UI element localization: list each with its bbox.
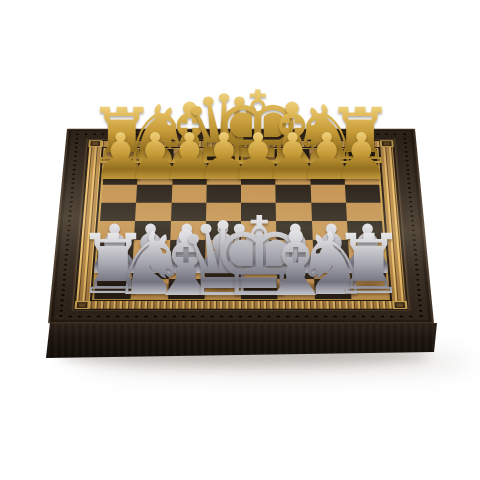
square-a6[interactable] bbox=[101, 184, 137, 202]
square-e6[interactable] bbox=[241, 184, 276, 202]
square-b3[interactable] bbox=[133, 240, 170, 259]
square-b8[interactable] bbox=[138, 149, 173, 166]
square-a2[interactable] bbox=[96, 259, 133, 279]
square-f8[interactable] bbox=[275, 149, 310, 166]
square-d8[interactable] bbox=[207, 149, 241, 166]
square-a4[interactable] bbox=[99, 221, 136, 240]
band-corner-motif bbox=[392, 301, 407, 309]
square-a7[interactable] bbox=[103, 167, 139, 185]
square-h3[interactable] bbox=[348, 240, 385, 259]
square-e5[interactable] bbox=[241, 203, 276, 221]
square-d5[interactable] bbox=[206, 203, 241, 221]
square-a5[interactable] bbox=[100, 203, 136, 221]
square-f5[interactable] bbox=[276, 203, 312, 221]
square-b1[interactable] bbox=[131, 279, 168, 299]
square-f2[interactable] bbox=[277, 259, 314, 279]
square-d1[interactable] bbox=[204, 279, 241, 299]
square-g8[interactable] bbox=[309, 149, 344, 166]
square-c5[interactable] bbox=[171, 203, 207, 221]
board-squares-field bbox=[94, 149, 388, 299]
chess-board bbox=[48, 129, 434, 323]
band-corner-motif bbox=[75, 301, 90, 309]
square-e2[interactable] bbox=[241, 259, 277, 279]
square-b6[interactable] bbox=[136, 184, 172, 202]
square-d7[interactable] bbox=[206, 167, 241, 185]
square-f6[interactable] bbox=[276, 184, 311, 202]
square-g7[interactable] bbox=[309, 167, 344, 185]
square-c7[interactable] bbox=[172, 167, 207, 185]
square-a1[interactable] bbox=[94, 279, 132, 299]
square-g2[interactable] bbox=[313, 259, 350, 279]
square-c6[interactable] bbox=[171, 184, 206, 202]
square-h6[interactable] bbox=[345, 184, 381, 202]
square-e7[interactable] bbox=[241, 167, 276, 185]
square-g4[interactable] bbox=[312, 221, 348, 240]
frame-bead-border-bottom bbox=[56, 314, 426, 319]
square-h4[interactable] bbox=[347, 221, 384, 240]
square-d6[interactable] bbox=[206, 184, 241, 202]
square-e1[interactable] bbox=[241, 279, 278, 299]
square-c2[interactable] bbox=[168, 259, 205, 279]
frame-bead-border-top bbox=[73, 132, 409, 136]
band-corner-motif bbox=[88, 140, 102, 147]
square-h2[interactable] bbox=[349, 259, 386, 279]
square-h8[interactable] bbox=[343, 149, 378, 166]
square-g5[interactable] bbox=[311, 203, 347, 221]
square-f1[interactable] bbox=[277, 279, 314, 299]
board-box-side bbox=[40, 320, 444, 364]
square-h1[interactable] bbox=[350, 279, 388, 299]
square-a3[interactable] bbox=[97, 240, 134, 259]
square-e4[interactable] bbox=[241, 221, 277, 240]
band-corner-motif bbox=[380, 140, 394, 147]
square-b4[interactable] bbox=[134, 221, 170, 240]
square-e8[interactable] bbox=[241, 149, 275, 166]
square-a8[interactable] bbox=[104, 149, 139, 166]
square-b2[interactable] bbox=[132, 259, 169, 279]
square-e3[interactable] bbox=[241, 240, 277, 259]
square-d2[interactable] bbox=[205, 259, 241, 279]
square-f3[interactable] bbox=[277, 240, 313, 259]
square-c3[interactable] bbox=[169, 240, 205, 259]
square-d3[interactable] bbox=[205, 240, 241, 259]
square-h5[interactable] bbox=[346, 203, 382, 221]
square-g3[interactable] bbox=[312, 240, 349, 259]
square-c4[interactable] bbox=[170, 221, 206, 240]
product-photo-scene: ♜♞♝♛♚♝♞♜♟♟♟♟♟♟♟♟♟♟♟♟♟♟♟♟♜♞♝♛♚♝♞♜ bbox=[0, 0, 480, 480]
square-g6[interactable] bbox=[310, 184, 346, 202]
square-b5[interactable] bbox=[135, 203, 171, 221]
square-g1[interactable] bbox=[314, 279, 351, 299]
square-d4[interactable] bbox=[205, 221, 241, 240]
square-f7[interactable] bbox=[275, 167, 310, 185]
square-c1[interactable] bbox=[168, 279, 205, 299]
square-f4[interactable] bbox=[276, 221, 312, 240]
square-b7[interactable] bbox=[137, 167, 172, 185]
square-c8[interactable] bbox=[173, 149, 208, 166]
square-h7[interactable] bbox=[344, 167, 380, 185]
